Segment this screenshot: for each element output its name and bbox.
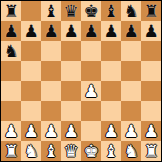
square-e6[interactable] [81,41,101,61]
square-c7[interactable]: ♟ [41,21,61,41]
square-c5[interactable] [41,61,61,81]
piece-white-pawn[interactable]: ♟ [23,121,38,141]
square-e3[interactable] [81,101,101,121]
piece-white-pawn[interactable]: ♟ [43,121,58,141]
piece-white-pawn[interactable]: ♟ [63,121,78,141]
piece-black-pawn[interactable]: ♟ [143,21,158,41]
square-d4[interactable] [61,81,81,101]
piece-white-pawn[interactable]: ♟ [3,121,18,141]
square-e4[interactable]: ♟ [81,81,101,101]
square-d2[interactable]: ♟ [61,121,81,141]
square-h1[interactable]: ♜ [141,141,161,161]
square-h3[interactable] [141,101,161,121]
square-d1[interactable]: ♛ [61,141,81,161]
square-b7[interactable]: ♟ [21,21,41,41]
piece-black-knight[interactable]: ♞ [3,41,18,61]
square-a1[interactable]: ♜ [1,141,21,161]
piece-black-pawn[interactable]: ♟ [3,21,18,41]
piece-white-queen[interactable]: ♛ [63,141,78,161]
chess-board: ♜♝♛♚♝♞♜♟♟♟♟♟♟♟♟♞♟♟♟♟♟♟♟♟♜♞♝♛♚♝♞♜ [0,0,162,162]
piece-white-knight[interactable]: ♞ [123,141,138,161]
square-c1[interactable]: ♝ [41,141,61,161]
square-c2[interactable]: ♟ [41,121,61,141]
piece-black-rook[interactable]: ♜ [3,1,18,21]
square-h5[interactable] [141,61,161,81]
square-f4[interactable] [101,81,121,101]
square-g7[interactable]: ♟ [121,21,141,41]
piece-black-pawn[interactable]: ♟ [23,21,38,41]
piece-black-bishop[interactable]: ♝ [103,1,118,21]
piece-black-pawn[interactable]: ♟ [63,21,78,41]
square-b6[interactable] [21,41,41,61]
piece-white-pawn[interactable]: ♟ [103,121,118,141]
square-g1[interactable]: ♞ [121,141,141,161]
square-a3[interactable] [1,101,21,121]
square-d6[interactable] [61,41,81,61]
square-a6[interactable]: ♞ [1,41,21,61]
piece-black-pawn[interactable]: ♟ [43,21,58,41]
piece-white-pawn[interactable]: ♟ [83,81,98,101]
square-g8[interactable]: ♞ [121,1,141,21]
piece-white-pawn[interactable]: ♟ [143,121,158,141]
square-b8[interactable] [21,1,41,21]
square-e2[interactable] [81,121,101,141]
piece-black-knight[interactable]: ♞ [123,1,138,21]
piece-black-king[interactable]: ♚ [83,1,98,21]
piece-black-queen[interactable]: ♛ [63,1,78,21]
piece-white-bishop[interactable]: ♝ [103,141,118,161]
square-a7[interactable]: ♟ [1,21,21,41]
square-c6[interactable] [41,41,61,61]
piece-white-king[interactable]: ♚ [83,141,98,161]
piece-black-bishop[interactable]: ♝ [43,1,58,21]
square-h6[interactable] [141,41,161,61]
piece-white-knight[interactable]: ♞ [23,141,38,161]
square-f8[interactable]: ♝ [101,1,121,21]
square-b2[interactable]: ♟ [21,121,41,141]
square-b5[interactable] [21,61,41,81]
square-f6[interactable] [101,41,121,61]
chess-board-window: ♜♝♛♚♝♞♜♟♟♟♟♟♟♟♟♞♟♟♟♟♟♟♟♟♜♞♝♛♚♝♞♜ [0,0,162,162]
square-h8[interactable]: ♜ [141,1,161,21]
square-a2[interactable]: ♟ [1,121,21,141]
square-a5[interactable] [1,61,21,81]
square-f5[interactable] [101,61,121,81]
square-a4[interactable] [1,81,21,101]
square-b4[interactable] [21,81,41,101]
square-f2[interactable]: ♟ [101,121,121,141]
piece-white-pawn[interactable]: ♟ [123,121,138,141]
square-g5[interactable] [121,61,141,81]
square-g3[interactable] [121,101,141,121]
square-g2[interactable]: ♟ [121,121,141,141]
piece-white-rook[interactable]: ♜ [3,141,18,161]
square-d5[interactable] [61,61,81,81]
square-e7[interactable]: ♟ [81,21,101,41]
square-f3[interactable] [101,101,121,121]
square-b1[interactable]: ♞ [21,141,41,161]
square-f1[interactable]: ♝ [101,141,121,161]
square-a8[interactable]: ♜ [1,1,21,21]
square-f7[interactable]: ♟ [101,21,121,41]
piece-black-pawn[interactable]: ♟ [83,21,98,41]
square-h2[interactable]: ♟ [141,121,161,141]
square-c3[interactable] [41,101,61,121]
square-h7[interactable]: ♟ [141,21,161,41]
square-d7[interactable]: ♟ [61,21,81,41]
square-e8[interactable]: ♚ [81,1,101,21]
square-c4[interactable] [41,81,61,101]
piece-white-rook[interactable]: ♜ [143,141,158,161]
square-g6[interactable] [121,41,141,61]
square-c8[interactable]: ♝ [41,1,61,21]
piece-white-bishop[interactable]: ♝ [43,141,58,161]
piece-black-pawn[interactable]: ♟ [123,21,138,41]
square-d3[interactable] [61,101,81,121]
piece-black-pawn[interactable]: ♟ [103,21,118,41]
square-e1[interactable]: ♚ [81,141,101,161]
square-d8[interactable]: ♛ [61,1,81,21]
square-e5[interactable] [81,61,101,81]
square-g4[interactable] [121,81,141,101]
square-b3[interactable] [21,101,41,121]
square-h4[interactable] [141,81,161,101]
piece-black-rook[interactable]: ♜ [143,1,158,21]
